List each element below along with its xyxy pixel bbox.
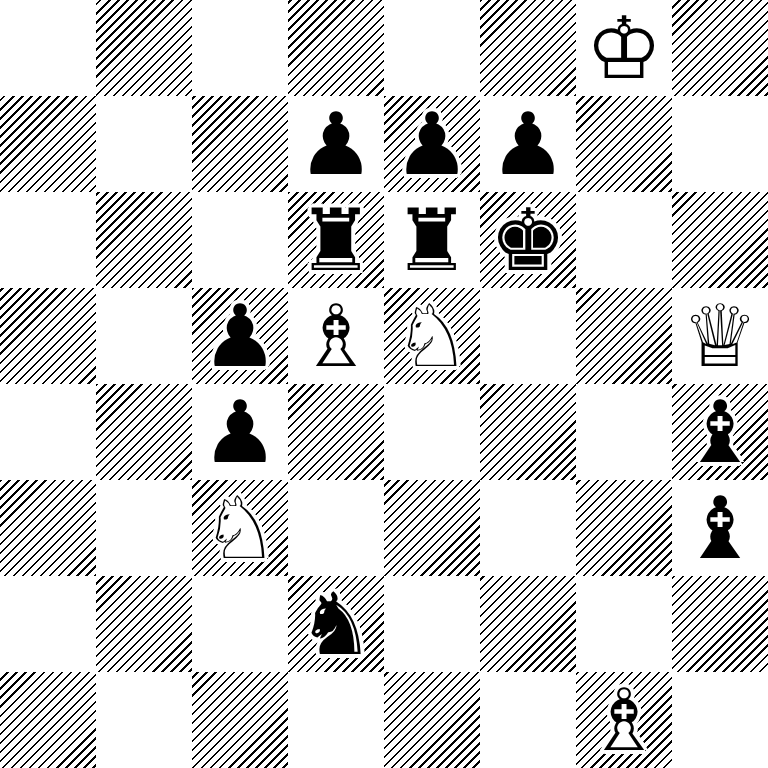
square-a4	[0, 384, 96, 480]
piece-black-knight: ♞	[288, 576, 384, 672]
square-g3	[576, 480, 672, 576]
square-a2	[0, 576, 96, 672]
square-h6	[672, 192, 768, 288]
piece-black-pawn: ♟	[288, 96, 384, 192]
piece-black-bishop: ♝	[672, 480, 768, 576]
square-d8	[288, 0, 384, 96]
piece-black-bishop: ♝	[672, 384, 768, 480]
piece-white-king: ♔	[576, 0, 672, 96]
chess-diagram: ♚♔♟♟♟♟♟♟♜♜♜♜♚♚♟♟♝♗♞♘♛♕♟♟♝♝♞♘♝♝♞♞♝♗	[0, 0, 768, 768]
square-e7: ♟♟	[384, 96, 480, 192]
square-g2	[576, 576, 672, 672]
square-f7: ♟♟	[480, 96, 576, 192]
square-f3	[480, 480, 576, 576]
square-h2	[672, 576, 768, 672]
square-e3	[384, 480, 480, 576]
piece-black-pawn: ♟	[192, 288, 288, 384]
square-h1	[672, 672, 768, 768]
square-e1	[384, 672, 480, 768]
square-e8	[384, 0, 480, 96]
square-g7	[576, 96, 672, 192]
square-a8	[0, 0, 96, 96]
square-a7	[0, 96, 96, 192]
piece-black-rook: ♜	[288, 192, 384, 288]
square-b5	[96, 288, 192, 384]
piece-black-king: ♚	[480, 192, 576, 288]
square-d2: ♞♞	[288, 576, 384, 672]
square-b1	[96, 672, 192, 768]
square-b2	[96, 576, 192, 672]
piece-white-knight: ♘	[192, 480, 288, 576]
piece-white-knight: ♘	[384, 288, 480, 384]
square-d6: ♜♜	[288, 192, 384, 288]
square-b6	[96, 192, 192, 288]
square-d5: ♝♗	[288, 288, 384, 384]
square-f2	[480, 576, 576, 672]
square-f5	[480, 288, 576, 384]
piece-white-bishop: ♗	[576, 672, 672, 768]
square-a3	[0, 480, 96, 576]
piece-white-bishop: ♗	[288, 288, 384, 384]
square-b3	[96, 480, 192, 576]
piece-white-queen: ♕	[672, 288, 768, 384]
square-c5: ♟♟	[192, 288, 288, 384]
square-c4: ♟♟	[192, 384, 288, 480]
square-f4	[480, 384, 576, 480]
square-h5: ♛♕	[672, 288, 768, 384]
square-a1	[0, 672, 96, 768]
square-g8: ♚♔	[576, 0, 672, 96]
square-e6: ♜♜	[384, 192, 480, 288]
square-f1	[480, 672, 576, 768]
square-g1: ♝♗	[576, 672, 672, 768]
square-d3	[288, 480, 384, 576]
chess-board: ♚♔♟♟♟♟♟♟♜♜♜♜♚♚♟♟♝♗♞♘♛♕♟♟♝♝♞♘♝♝♞♞♝♗	[0, 0, 768, 768]
square-b8	[96, 0, 192, 96]
square-f6: ♚♚	[480, 192, 576, 288]
square-c1	[192, 672, 288, 768]
square-b4	[96, 384, 192, 480]
square-c2	[192, 576, 288, 672]
square-h3: ♝♝	[672, 480, 768, 576]
square-c7	[192, 96, 288, 192]
square-a6	[0, 192, 96, 288]
square-g6	[576, 192, 672, 288]
square-f8	[480, 0, 576, 96]
square-d7: ♟♟	[288, 96, 384, 192]
piece-black-pawn: ♟	[192, 384, 288, 480]
square-g5	[576, 288, 672, 384]
piece-black-pawn: ♟	[384, 96, 480, 192]
square-c8	[192, 0, 288, 96]
square-c3: ♞♘	[192, 480, 288, 576]
square-b7	[96, 96, 192, 192]
square-e5: ♞♘	[384, 288, 480, 384]
square-d4	[288, 384, 384, 480]
square-h8	[672, 0, 768, 96]
piece-black-pawn: ♟	[480, 96, 576, 192]
square-e2	[384, 576, 480, 672]
square-d1	[288, 672, 384, 768]
square-c6	[192, 192, 288, 288]
square-e4	[384, 384, 480, 480]
square-h4: ♝♝	[672, 384, 768, 480]
square-h7	[672, 96, 768, 192]
piece-black-rook: ♜	[384, 192, 480, 288]
square-g4	[576, 384, 672, 480]
square-a5	[0, 288, 96, 384]
